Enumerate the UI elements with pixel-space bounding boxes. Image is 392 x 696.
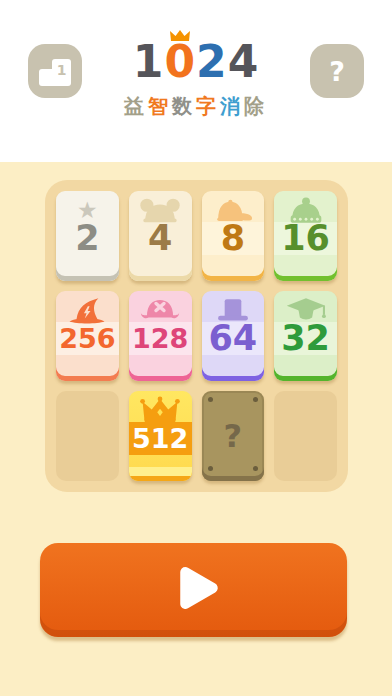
tile-8: 8 <box>202 191 265 281</box>
rivet-icon <box>208 397 213 402</box>
tile-value: 32 <box>274 320 337 356</box>
tile-512: 512 <box>129 391 192 481</box>
rivet-icon <box>208 466 213 471</box>
game-board[interactable]: ★ 2 4 8 <box>45 180 348 492</box>
help-button[interactable]: ? <box>310 44 364 98</box>
rivet-icon <box>253 466 258 471</box>
tile-256: 256 <box>56 291 119 381</box>
tile-16: 16 <box>274 191 337 281</box>
app-screen: 1 1024 益智数字消除 ? ★ 2 4 <box>0 0 392 696</box>
tile-value: 4 <box>129 220 192 256</box>
tile-mystery: ? <box>202 391 265 481</box>
tile-128: 128 <box>129 291 192 381</box>
title-digit-4: 4 <box>228 40 260 84</box>
empty-cell <box>274 391 337 481</box>
title-digit-1: 1 <box>133 40 165 84</box>
play-triangle-icon <box>176 563 222 613</box>
rivet-icon <box>253 397 258 402</box>
tile-value: 16 <box>274 220 337 256</box>
tile-value: 256 <box>56 320 119 356</box>
question-mark-icon: ? <box>329 58 345 85</box>
tile-2: ★ 2 <box>56 191 119 281</box>
tile-4: 4 <box>129 191 192 281</box>
tile-value: 128 <box>129 320 192 356</box>
tile-value: 2 <box>56 220 119 256</box>
tile-value: 512 <box>129 420 192 456</box>
tile-value: 64 <box>202 320 265 356</box>
crown-icon <box>169 29 191 42</box>
empty-cell <box>56 391 119 481</box>
header: 1 1024 益智数字消除 ? <box>0 0 392 162</box>
tile-32: 32 <box>274 291 337 381</box>
tile-64: 64 <box>202 291 265 381</box>
title-digit-0: 0 <box>164 40 196 84</box>
mystery-question-mark: ? <box>202 413 265 459</box>
tile-value: 8 <box>202 220 265 256</box>
play-button[interactable] <box>40 543 347 637</box>
title-digit-2: 2 <box>196 40 228 84</box>
